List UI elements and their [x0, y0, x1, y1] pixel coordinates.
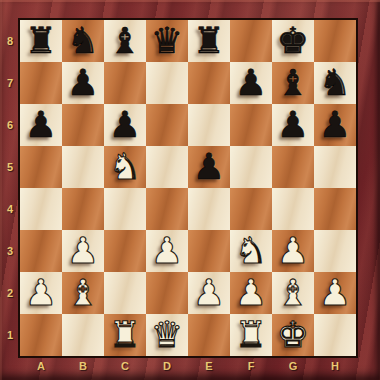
square-b2[interactable]: ♝ — [62, 272, 104, 314]
square-h1[interactable] — [314, 314, 356, 356]
square-g8[interactable]: ♚ — [272, 20, 314, 62]
square-f8[interactable] — [230, 20, 272, 62]
square-b6[interactable] — [62, 104, 104, 146]
square-e3[interactable] — [188, 230, 230, 272]
square-e6[interactable] — [188, 104, 230, 146]
square-g5[interactable] — [272, 146, 314, 188]
square-h8[interactable] — [314, 20, 356, 62]
piece-black-king[interactable]: ♚ — [277, 20, 309, 62]
square-d7[interactable] — [146, 62, 188, 104]
piece-black-pawn[interactable]: ♟ — [193, 146, 225, 188]
rank-labels: 87654321 — [0, 20, 20, 356]
square-c8[interactable]: ♝ — [104, 20, 146, 62]
square-a4[interactable] — [20, 188, 62, 230]
square-d5[interactable] — [146, 146, 188, 188]
piece-black-pawn[interactable]: ♟ — [235, 62, 267, 104]
piece-black-pawn[interactable]: ♟ — [319, 104, 351, 146]
square-d1[interactable]: ♛ — [146, 314, 188, 356]
piece-white-pawn[interactable]: ♟ — [193, 272, 225, 314]
piece-black-queen[interactable]: ♛ — [151, 20, 183, 62]
square-a2[interactable]: ♟ — [20, 272, 62, 314]
piece-black-knight[interactable]: ♞ — [319, 62, 351, 104]
piece-white-pawn[interactable]: ♟ — [25, 272, 57, 314]
square-e8[interactable]: ♜ — [188, 20, 230, 62]
square-c5[interactable]: ♞ — [104, 146, 146, 188]
piece-white-rook[interactable]: ♜ — [235, 314, 267, 356]
square-a6[interactable]: ♟ — [20, 104, 62, 146]
square-c6[interactable]: ♟ — [104, 104, 146, 146]
square-f2[interactable]: ♟ — [230, 272, 272, 314]
square-f3[interactable]: ♞ — [230, 230, 272, 272]
rank-label-8: 8 — [0, 20, 20, 62]
piece-black-rook[interactable]: ♜ — [193, 20, 225, 62]
square-a5[interactable] — [20, 146, 62, 188]
piece-white-pawn[interactable]: ♟ — [67, 230, 99, 272]
piece-white-bishop[interactable]: ♝ — [277, 272, 309, 314]
piece-black-rook[interactable]: ♜ — [25, 20, 57, 62]
piece-black-pawn[interactable]: ♟ — [67, 62, 99, 104]
square-h6[interactable]: ♟ — [314, 104, 356, 146]
rank-label-2: 2 — [0, 272, 20, 314]
piece-black-pawn[interactable]: ♟ — [277, 104, 309, 146]
square-g3[interactable]: ♟ — [272, 230, 314, 272]
square-d3[interactable]: ♟ — [146, 230, 188, 272]
piece-black-bishop[interactable]: ♝ — [109, 20, 141, 62]
square-b1[interactable] — [62, 314, 104, 356]
square-g1[interactable]: ♚ — [272, 314, 314, 356]
file-label-d: D — [146, 356, 188, 376]
rank-label-7: 7 — [0, 62, 20, 104]
square-f1[interactable]: ♜ — [230, 314, 272, 356]
square-e4[interactable] — [188, 188, 230, 230]
chess-board: ♜♞♝♛♜♚♟♟♝♞♟♟♟♟♞♟♟♟♞♟♟♝♟♟♝♟♜♛♜♚ — [20, 20, 356, 356]
file-label-g: G — [272, 356, 314, 376]
square-e7[interactable] — [188, 62, 230, 104]
square-c7[interactable] — [104, 62, 146, 104]
square-e5[interactable]: ♟ — [188, 146, 230, 188]
square-b8[interactable]: ♞ — [62, 20, 104, 62]
piece-white-pawn[interactable]: ♟ — [151, 230, 183, 272]
square-b5[interactable] — [62, 146, 104, 188]
square-g7[interactable]: ♝ — [272, 62, 314, 104]
piece-white-rook[interactable]: ♜ — [109, 314, 141, 356]
file-label-b: B — [62, 356, 104, 376]
rank-label-5: 5 — [0, 146, 20, 188]
piece-white-king[interactable]: ♚ — [277, 314, 309, 356]
square-b4[interactable] — [62, 188, 104, 230]
piece-white-bishop[interactable]: ♝ — [67, 272, 99, 314]
square-e1[interactable] — [188, 314, 230, 356]
square-f4[interactable] — [230, 188, 272, 230]
square-h7[interactable]: ♞ — [314, 62, 356, 104]
file-label-f: F — [230, 356, 272, 376]
square-f6[interactable] — [230, 104, 272, 146]
square-d8[interactable]: ♛ — [146, 20, 188, 62]
square-a8[interactable]: ♜ — [20, 20, 62, 62]
square-b3[interactable]: ♟ — [62, 230, 104, 272]
rank-label-4: 4 — [0, 188, 20, 230]
square-a7[interactable] — [20, 62, 62, 104]
rank-label-3: 3 — [0, 230, 20, 272]
file-label-a: A — [20, 356, 62, 376]
square-c3[interactable] — [104, 230, 146, 272]
square-e2[interactable]: ♟ — [188, 272, 230, 314]
rank-label-6: 6 — [0, 104, 20, 146]
square-h2[interactable]: ♟ — [314, 272, 356, 314]
piece-black-knight[interactable]: ♞ — [67, 20, 99, 62]
square-h4[interactable] — [314, 188, 356, 230]
rank-label-1: 1 — [0, 314, 20, 356]
square-c1[interactable]: ♜ — [104, 314, 146, 356]
piece-black-pawn[interactable]: ♟ — [109, 104, 141, 146]
square-a3[interactable] — [20, 230, 62, 272]
piece-white-knight[interactable]: ♞ — [235, 230, 267, 272]
piece-black-bishop[interactable]: ♝ — [277, 62, 309, 104]
square-d2[interactable] — [146, 272, 188, 314]
square-d6[interactable] — [146, 104, 188, 146]
piece-white-queen[interactable]: ♛ — [151, 314, 183, 356]
chess-board-frame: 87654321 ♜♞♝♛♜♚♟♟♝♞♟♟♟♟♞♟♟♟♞♟♟♝♟♟♝♟♜♛♜♚ … — [0, 0, 380, 380]
square-f7[interactable]: ♟ — [230, 62, 272, 104]
square-g4[interactable] — [272, 188, 314, 230]
square-g6[interactable]: ♟ — [272, 104, 314, 146]
piece-white-pawn[interactable]: ♟ — [319, 272, 351, 314]
square-h5[interactable] — [314, 146, 356, 188]
square-c2[interactable] — [104, 272, 146, 314]
square-c4[interactable] — [104, 188, 146, 230]
file-label-e: E — [188, 356, 230, 376]
file-label-c: C — [104, 356, 146, 376]
square-h3[interactable] — [314, 230, 356, 272]
square-d4[interactable] — [146, 188, 188, 230]
piece-black-pawn[interactable]: ♟ — [25, 104, 57, 146]
square-b7[interactable]: ♟ — [62, 62, 104, 104]
file-label-h: H — [314, 356, 356, 376]
square-f5[interactable] — [230, 146, 272, 188]
piece-white-knight[interactable]: ♞ — [109, 146, 141, 188]
file-labels: ABCDEFGH — [20, 356, 356, 380]
square-a1[interactable] — [20, 314, 62, 356]
square-g2[interactable]: ♝ — [272, 272, 314, 314]
piece-white-pawn[interactable]: ♟ — [277, 230, 309, 272]
piece-white-pawn[interactable]: ♟ — [235, 272, 267, 314]
